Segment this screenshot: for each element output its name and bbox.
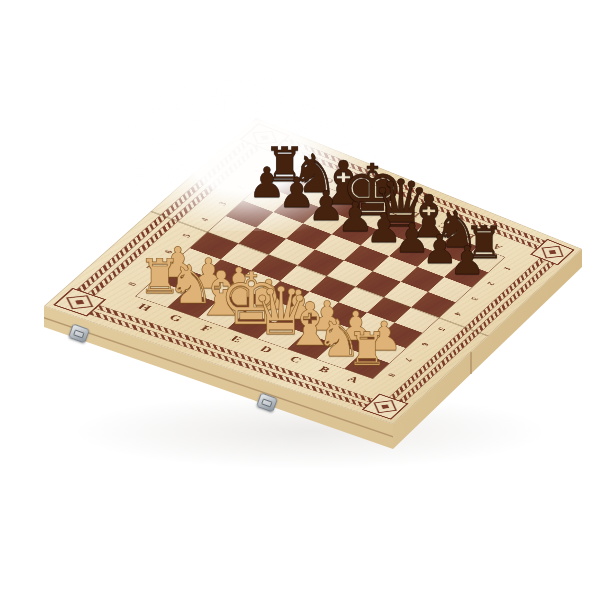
product-photo-scene: HGFEDCBAHGFEDCBA1234567812345678 ♜♞♝♚♛♝♞… [0,0,600,600]
chess-piece[interactable]: ♟ [450,240,485,280]
pieces-layer: ♜♞♝♚♛♝♞♜♟♟♟♟♟♟♟♟♟♟♟♟♟♟♟♟♜♞♝♚♛♝♞♜ [0,0,600,600]
chess-piece[interactable]: ♜ [347,327,388,373]
